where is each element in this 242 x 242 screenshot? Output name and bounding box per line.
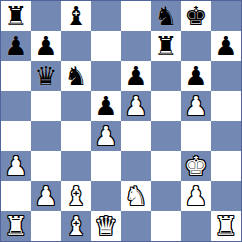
square-f5[interactable] xyxy=(151,91,181,121)
square-e3[interactable] xyxy=(121,151,151,181)
white-bishop-c1[interactable]: ♝ xyxy=(64,211,87,241)
white-pawn-g5[interactable]: ♟ xyxy=(184,91,207,121)
square-d1[interactable]: ♛ xyxy=(91,211,121,241)
square-d2[interactable] xyxy=(91,181,121,211)
square-a5[interactable] xyxy=(1,91,31,121)
black-knight-f8[interactable]: ♞ xyxy=(154,1,177,31)
square-g2[interactable]: ♟ xyxy=(181,181,211,211)
white-pawn-b2[interactable]: ♟ xyxy=(34,181,57,211)
white-king-g3[interactable]: ♚ xyxy=(184,151,207,181)
square-c2[interactable]: ♝ xyxy=(61,181,91,211)
square-c1[interactable]: ♝ xyxy=(61,211,91,241)
square-b7[interactable]: ♟ xyxy=(31,31,61,61)
black-pawn-h7[interactable]: ♟ xyxy=(214,31,237,61)
square-a8[interactable]: ♜ xyxy=(1,1,31,31)
black-pawn-b7[interactable]: ♟ xyxy=(34,31,57,61)
square-f4[interactable] xyxy=(151,121,181,151)
black-rook-a8[interactable]: ♜ xyxy=(4,1,27,31)
square-h5[interactable] xyxy=(211,91,241,121)
chess-board: ♜♝♞♚♟♟♜♟♛♞♟♟♟♟♟♟♟♚♟♝♞♟♜♝♛♜ xyxy=(0,0,242,242)
white-rook-h1[interactable]: ♜ xyxy=(214,211,237,241)
square-f2[interactable] xyxy=(151,181,181,211)
white-queen-d1[interactable]: ♛ xyxy=(94,211,117,241)
square-a7[interactable]: ♟ xyxy=(1,31,31,61)
square-b8[interactable] xyxy=(31,1,61,31)
square-f7[interactable]: ♜ xyxy=(151,31,181,61)
black-pawn-g6[interactable]: ♟ xyxy=(184,61,207,91)
square-g7[interactable] xyxy=(181,31,211,61)
square-e2[interactable]: ♞ xyxy=(121,181,151,211)
square-g8[interactable]: ♚ xyxy=(181,1,211,31)
square-e7[interactable] xyxy=(121,31,151,61)
black-pawn-e6[interactable]: ♟ xyxy=(124,61,147,91)
square-a2[interactable] xyxy=(1,181,31,211)
square-a4[interactable] xyxy=(1,121,31,151)
square-a6[interactable] xyxy=(1,61,31,91)
square-b3[interactable] xyxy=(31,151,61,181)
square-h3[interactable] xyxy=(211,151,241,181)
black-knight-c6[interactable]: ♞ xyxy=(64,61,87,91)
square-c4[interactable] xyxy=(61,121,91,151)
black-rook-f7[interactable]: ♜ xyxy=(154,31,177,61)
black-king-g8[interactable]: ♚ xyxy=(184,1,207,31)
square-d6[interactable] xyxy=(91,61,121,91)
square-f8[interactable]: ♞ xyxy=(151,1,181,31)
black-pawn-d5[interactable]: ♟ xyxy=(94,91,117,121)
white-rook-a1[interactable]: ♜ xyxy=(4,211,27,241)
square-c8[interactable]: ♝ xyxy=(61,1,91,31)
square-e4[interactable] xyxy=(121,121,151,151)
square-g1[interactable] xyxy=(181,211,211,241)
square-d4[interactable]: ♟ xyxy=(91,121,121,151)
black-bishop-c8[interactable]: ♝ xyxy=(64,1,87,31)
black-pawn-a7[interactable]: ♟ xyxy=(4,31,27,61)
black-queen-b6[interactable]: ♛ xyxy=(34,61,57,91)
square-c5[interactable] xyxy=(61,91,91,121)
square-b1[interactable] xyxy=(31,211,61,241)
square-d7[interactable] xyxy=(91,31,121,61)
square-b2[interactable]: ♟ xyxy=(31,181,61,211)
square-b6[interactable]: ♛ xyxy=(31,61,61,91)
square-d8[interactable] xyxy=(91,1,121,31)
white-pawn-e5[interactable]: ♟ xyxy=(124,91,147,121)
square-b5[interactable] xyxy=(31,91,61,121)
white-pawn-g2[interactable]: ♟ xyxy=(184,181,207,211)
square-h7[interactable]: ♟ xyxy=(211,31,241,61)
white-pawn-a3[interactable]: ♟ xyxy=(4,151,27,181)
square-h6[interactable] xyxy=(211,61,241,91)
square-g6[interactable]: ♟ xyxy=(181,61,211,91)
square-b4[interactable] xyxy=(31,121,61,151)
square-e5[interactable]: ♟ xyxy=(121,91,151,121)
square-h1[interactable]: ♜ xyxy=(211,211,241,241)
square-a1[interactable]: ♜ xyxy=(1,211,31,241)
square-h4[interactable] xyxy=(211,121,241,151)
square-g5[interactable]: ♟ xyxy=(181,91,211,121)
square-f3[interactable] xyxy=(151,151,181,181)
square-a3[interactable]: ♟ xyxy=(1,151,31,181)
square-e6[interactable]: ♟ xyxy=(121,61,151,91)
square-h2[interactable] xyxy=(211,181,241,211)
square-d5[interactable]: ♟ xyxy=(91,91,121,121)
square-g3[interactable]: ♚ xyxy=(181,151,211,181)
square-f6[interactable] xyxy=(151,61,181,91)
square-f1[interactable] xyxy=(151,211,181,241)
square-e8[interactable] xyxy=(121,1,151,31)
white-bishop-c2[interactable]: ♝ xyxy=(64,181,87,211)
chess-board-grid: ♜♝♞♚♟♟♜♟♛♞♟♟♟♟♟♟♟♚♟♝♞♟♜♝♛♜ xyxy=(1,1,241,241)
square-e1[interactable] xyxy=(121,211,151,241)
square-c6[interactable]: ♞ xyxy=(61,61,91,91)
white-knight-e2[interactable]: ♞ xyxy=(124,181,147,211)
white-pawn-d4[interactable]: ♟ xyxy=(94,121,117,151)
square-h8[interactable] xyxy=(211,1,241,31)
square-c3[interactable] xyxy=(61,151,91,181)
square-c7[interactable] xyxy=(61,31,91,61)
square-d3[interactable] xyxy=(91,151,121,181)
square-g4[interactable] xyxy=(181,121,211,151)
